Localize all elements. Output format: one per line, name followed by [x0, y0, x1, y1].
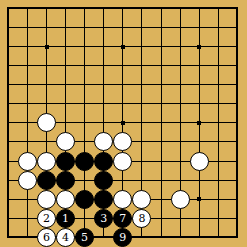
move-number-label: 2: [43, 212, 50, 223]
stone-white: [56, 132, 75, 151]
star-point: [121, 45, 125, 49]
go-diagram: 213786459: [0, 0, 247, 247]
stone-white: [37, 190, 56, 209]
move-number-label: 8: [138, 212, 145, 223]
move-number-label: 7: [119, 212, 126, 223]
stone-white: [37, 152, 56, 171]
stone-white: [113, 152, 132, 171]
move-number-label: 4: [62, 231, 69, 242]
go-board: 213786459: [0, 0, 247, 247]
star-point: [197, 121, 201, 125]
stone-white: [94, 132, 113, 151]
stone-white-move-4: 4: [56, 228, 75, 247]
move-number-label: 5: [81, 231, 88, 242]
stone-black: [94, 190, 113, 209]
stone-black-move-1: 1: [56, 209, 75, 228]
move-number-label: 1: [62, 212, 69, 223]
stone-white-move-2: 2: [37, 209, 56, 228]
move-number-label: 6: [43, 231, 50, 242]
stone-white: [18, 171, 37, 190]
move-number-label: 3: [100, 212, 107, 223]
stone-black-move-3: 3: [94, 209, 113, 228]
stone-black-move-5: 5: [75, 228, 94, 247]
stone-white: [132, 190, 151, 209]
stone-black: [56, 171, 75, 190]
stone-white: [113, 132, 132, 151]
stone-black: [75, 190, 94, 209]
stone-black: [37, 171, 56, 190]
stone-black: [75, 152, 94, 171]
stone-white: [113, 190, 132, 209]
stone-white: [56, 190, 75, 209]
stone-white: [171, 190, 190, 209]
stone-black: [94, 152, 113, 171]
star-point: [121, 121, 125, 125]
stone-black: [56, 152, 75, 171]
stone-black-move-7: 7: [113, 209, 132, 228]
grid-line-vertical: [236, 7, 238, 238]
grid-line-vertical: [161, 7, 162, 238]
star-point: [197, 45, 201, 49]
move-number-label: 9: [119, 231, 126, 242]
stone-white: [190, 152, 209, 171]
stone-white-move-6: 6: [37, 228, 56, 247]
stone-black-move-9: 9: [113, 228, 132, 247]
stone-white: [37, 113, 56, 132]
stone-white-move-8: 8: [132, 209, 151, 228]
star-point: [197, 197, 201, 201]
star-point: [45, 45, 49, 49]
stone-white: [18, 152, 37, 171]
grid-line-vertical: [218, 7, 219, 238]
stone-black: [94, 171, 113, 190]
